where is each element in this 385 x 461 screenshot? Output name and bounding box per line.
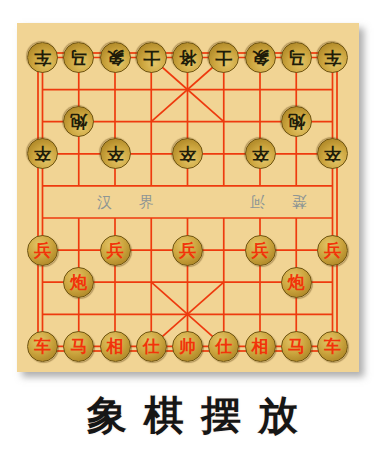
- piece-black-c7r4[interactable]: 卒: [245, 138, 276, 169]
- piece-black-c1r4[interactable]: 卒: [27, 138, 58, 169]
- piece-black-c6r1[interactable]: 士: [208, 42, 239, 73]
- piece-red-c5r7[interactable]: 兵: [172, 235, 203, 266]
- piece-black-c2r3[interactable]: 炮: [63, 106, 94, 137]
- river-label-han-jie: 汉 界: [97, 192, 165, 212]
- xiangqi-board[interactable]: 汉 界 楚 河 车马象士将士象马车炮炮卒卒卒卒卒兵兵兵兵兵炮炮车马相仕帅仕相马车: [17, 23, 359, 372]
- piece-black-c7r1[interactable]: 象: [245, 42, 276, 73]
- piece-black-c5r1[interactable]: 将: [172, 42, 203, 73]
- piece-red-c9r7[interactable]: 兵: [317, 235, 348, 266]
- page: 汉 界 楚 河 车马象士将士象马车炮炮卒卒卒卒卒兵兵兵兵兵炮炮车马相仕帅仕相马车…: [0, 0, 385, 461]
- piece-red-c8r8[interactable]: 炮: [281, 267, 312, 298]
- piece-black-c1r1[interactable]: 车: [27, 42, 58, 73]
- piece-black-c8r1[interactable]: 马: [281, 42, 312, 73]
- river-label-chu-he: 楚 河: [239, 192, 307, 212]
- piece-red-c1r7[interactable]: 兵: [27, 235, 58, 266]
- piece-red-c5r10[interactable]: 帅: [172, 331, 203, 362]
- piece-red-c3r10[interactable]: 相: [100, 331, 131, 362]
- piece-red-c7r7[interactable]: 兵: [245, 235, 276, 266]
- piece-red-c3r7[interactable]: 兵: [100, 235, 131, 266]
- piece-red-c2r10[interactable]: 马: [63, 331, 94, 362]
- piece-black-c3r4[interactable]: 卒: [100, 138, 131, 169]
- piece-red-c9r10[interactable]: 车: [317, 331, 348, 362]
- piece-black-c2r1[interactable]: 马: [63, 42, 94, 73]
- piece-red-c6r10[interactable]: 仕: [208, 331, 239, 362]
- piece-red-c8r10[interactable]: 马: [281, 331, 312, 362]
- piece-black-c4r1[interactable]: 士: [136, 42, 167, 73]
- piece-black-c9r4[interactable]: 卒: [317, 138, 348, 169]
- caption-title: 象棋摆放: [0, 388, 385, 443]
- piece-black-c9r1[interactable]: 车: [317, 42, 348, 73]
- piece-black-c3r1[interactable]: 象: [100, 42, 131, 73]
- piece-red-c4r10[interactable]: 仕: [136, 331, 167, 362]
- piece-red-c2r8[interactable]: 炮: [63, 267, 94, 298]
- piece-red-c1r10[interactable]: 车: [27, 331, 58, 362]
- piece-black-c8r3[interactable]: 炮: [281, 106, 312, 137]
- piece-red-c7r10[interactable]: 相: [245, 331, 276, 362]
- piece-black-c5r4[interactable]: 卒: [172, 138, 203, 169]
